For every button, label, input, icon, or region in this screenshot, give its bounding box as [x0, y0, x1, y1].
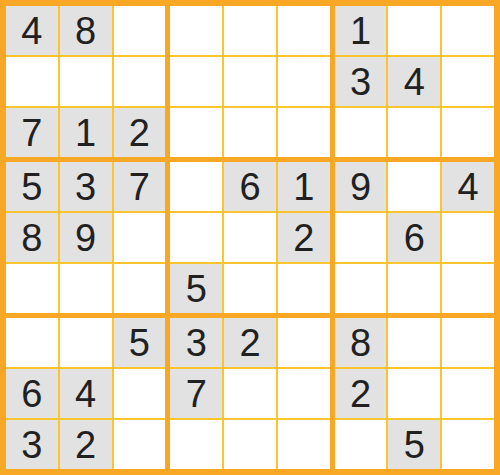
- cell-r2c7[interactable]: 3: [335, 57, 387, 106]
- cell-r8c8[interactable]: [388, 369, 440, 418]
- cell-r7c9[interactable]: [442, 318, 494, 367]
- cell-r2c6[interactable]: [278, 57, 330, 106]
- cell-r2c2[interactable]: [60, 57, 112, 106]
- box-r3c3: 825: [335, 318, 494, 469]
- cell-r3c1[interactable]: 7: [6, 108, 58, 157]
- box-r1c1: 48712: [6, 6, 165, 157]
- cell-r6c1[interactable]: [6, 264, 58, 313]
- cell-r8c3[interactable]: [114, 369, 166, 418]
- cell-r6c3[interactable]: [114, 264, 166, 313]
- cell-r7c3[interactable]: 5: [114, 318, 166, 367]
- cell-r4c5[interactable]: 6: [224, 162, 276, 211]
- cell-r8c6[interactable]: [278, 369, 330, 418]
- cell-r4c1[interactable]: 5: [6, 162, 58, 211]
- cell-r3c2[interactable]: 1: [60, 108, 112, 157]
- cell-r2c1[interactable]: [6, 57, 58, 106]
- cell-r6c9[interactable]: [442, 264, 494, 313]
- cell-r5c8[interactable]: 6: [388, 213, 440, 262]
- cell-r5c2[interactable]: 9: [60, 213, 112, 262]
- cell-r3c3[interactable]: 2: [114, 108, 166, 157]
- cell-r8c4[interactable]: 7: [170, 369, 222, 418]
- cell-r3c7[interactable]: [335, 108, 387, 157]
- box-r1c2: [170, 6, 329, 157]
- cell-r6c6[interactable]: [278, 264, 330, 313]
- cell-r6c8[interactable]: [388, 264, 440, 313]
- cell-r3c8[interactable]: [388, 108, 440, 157]
- cell-r7c2[interactable]: [60, 318, 112, 367]
- cell-r2c9[interactable]: [442, 57, 494, 106]
- cell-r1c7[interactable]: 1: [335, 6, 387, 55]
- cell-r5c5[interactable]: [224, 213, 276, 262]
- cell-r1c2[interactable]: 8: [60, 6, 112, 55]
- cell-r6c5[interactable]: [224, 264, 276, 313]
- box-r2c2: 6125: [170, 162, 329, 313]
- cell-r5c9[interactable]: [442, 213, 494, 262]
- cell-r4c3[interactable]: 7: [114, 162, 166, 211]
- cell-r8c1[interactable]: 6: [6, 369, 58, 418]
- cell-r7c8[interactable]: [388, 318, 440, 367]
- cell-r5c3[interactable]: [114, 213, 166, 262]
- sudoku-board: 4871213453789612594656432327825: [0, 0, 500, 475]
- cell-r4c8[interactable]: [388, 162, 440, 211]
- cell-r9c3[interactable]: [114, 420, 166, 469]
- cell-r3c5[interactable]: [224, 108, 276, 157]
- cell-r9c8[interactable]: 5: [388, 420, 440, 469]
- cell-r2c4[interactable]: [170, 57, 222, 106]
- cell-r1c4[interactable]: [170, 6, 222, 55]
- box-r3c1: 56432: [6, 318, 165, 469]
- cell-r4c7[interactable]: 9: [335, 162, 387, 211]
- box-r1c3: 134: [335, 6, 494, 157]
- cell-r8c5[interactable]: [224, 369, 276, 418]
- cell-r1c5[interactable]: [224, 6, 276, 55]
- cell-r6c7[interactable]: [335, 264, 387, 313]
- cell-r7c1[interactable]: [6, 318, 58, 367]
- cell-r9c2[interactable]: 2: [60, 420, 112, 469]
- cell-r5c4[interactable]: [170, 213, 222, 262]
- cell-r5c1[interactable]: 8: [6, 213, 58, 262]
- box-r3c2: 327: [170, 318, 329, 469]
- cell-r4c6[interactable]: 1: [278, 162, 330, 211]
- cell-r7c6[interactable]: [278, 318, 330, 367]
- cell-r6c2[interactable]: [60, 264, 112, 313]
- cell-r7c4[interactable]: 3: [170, 318, 222, 367]
- cell-r2c8[interactable]: 4: [388, 57, 440, 106]
- cell-r3c4[interactable]: [170, 108, 222, 157]
- cell-r9c5[interactable]: [224, 420, 276, 469]
- cell-r9c9[interactable]: [442, 420, 494, 469]
- cell-r1c6[interactable]: [278, 6, 330, 55]
- cell-r9c7[interactable]: [335, 420, 387, 469]
- cell-r9c6[interactable]: [278, 420, 330, 469]
- cell-r8c2[interactable]: 4: [60, 369, 112, 418]
- cell-r2c3[interactable]: [114, 57, 166, 106]
- cell-r9c1[interactable]: 3: [6, 420, 58, 469]
- cell-r8c7[interactable]: 2: [335, 369, 387, 418]
- cell-r7c5[interactable]: 2: [224, 318, 276, 367]
- cell-r3c9[interactable]: [442, 108, 494, 157]
- cell-r6c4[interactable]: 5: [170, 264, 222, 313]
- cell-r2c5[interactable]: [224, 57, 276, 106]
- cell-r1c9[interactable]: [442, 6, 494, 55]
- cell-r4c9[interactable]: 4: [442, 162, 494, 211]
- cell-r1c8[interactable]: [388, 6, 440, 55]
- cell-r7c7[interactable]: 8: [335, 318, 387, 367]
- cell-r4c2[interactable]: 3: [60, 162, 112, 211]
- cell-r4c4[interactable]: [170, 162, 222, 211]
- cell-r1c3[interactable]: [114, 6, 166, 55]
- cell-r8c9[interactable]: [442, 369, 494, 418]
- cell-r5c7[interactable]: [335, 213, 387, 262]
- cell-r9c4[interactable]: [170, 420, 222, 469]
- cell-r1c1[interactable]: 4: [6, 6, 58, 55]
- cell-r3c6[interactable]: [278, 108, 330, 157]
- cell-r5c6[interactable]: 2: [278, 213, 330, 262]
- box-r2c3: 946: [335, 162, 494, 313]
- box-r2c1: 53789: [6, 162, 165, 313]
